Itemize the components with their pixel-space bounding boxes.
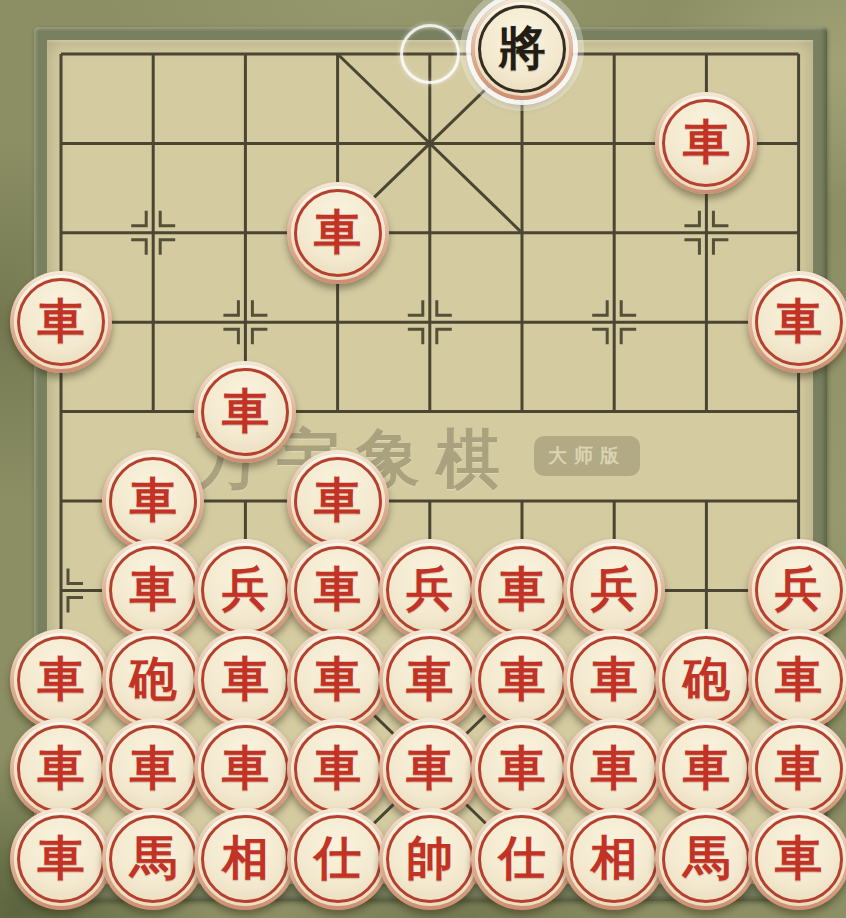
piece-glyph: 仕 [314, 833, 361, 880]
piece-glyph: 車 [130, 744, 177, 791]
piece-glyph: 車 [683, 118, 730, 165]
piece-red-chariot[interactable]: 車 [379, 718, 481, 820]
piece-red-chariot[interactable]: 車 [287, 629, 389, 731]
piece-glyph: 車 [222, 386, 269, 433]
piece-red-advisor[interactable]: 仕 [471, 808, 573, 910]
piece-glyph: 帥 [406, 833, 453, 880]
game-screen: 万宇象棋 大师版 將車車車車車車車車兵車兵車兵兵車砲車車車車車砲車車車車車車車車… [0, 0, 846, 918]
piece-black-general[interactable]: 將 [471, 0, 573, 100]
piece-red-chariot[interactable]: 車 [655, 92, 757, 194]
piece-red-chariot[interactable]: 車 [102, 539, 204, 641]
piece-glyph: 砲 [130, 654, 177, 701]
piece-glyph: 車 [775, 654, 822, 701]
piece-red-cannon[interactable]: 砲 [655, 629, 757, 731]
piece-red-advisor[interactable]: 仕 [287, 808, 389, 910]
piece-red-chariot[interactable]: 車 [471, 629, 573, 731]
watermark-badge: 大师版 [534, 436, 640, 476]
piece-glyph: 將 [499, 24, 546, 71]
piece-red-soldier[interactable]: 兵 [563, 539, 665, 641]
piece-glyph: 車 [314, 654, 361, 701]
piece-glyph: 車 [314, 207, 361, 254]
piece-red-chariot[interactable]: 車 [748, 629, 846, 731]
piece-red-chariot[interactable]: 車 [748, 808, 846, 910]
piece-red-horse[interactable]: 馬 [655, 808, 757, 910]
piece-red-chariot[interactable]: 車 [194, 361, 296, 463]
piece-glyph: 車 [222, 744, 269, 791]
piece-red-chariot[interactable]: 車 [10, 718, 112, 820]
piece-glyph: 砲 [683, 654, 730, 701]
piece-red-chariot[interactable]: 車 [748, 271, 846, 373]
piece-red-chariot[interactable]: 車 [563, 718, 665, 820]
piece-glyph: 車 [499, 744, 546, 791]
piece-glyph: 車 [591, 744, 638, 791]
piece-glyph: 車 [38, 654, 85, 701]
piece-glyph: 車 [314, 476, 361, 523]
piece-glyph: 車 [130, 476, 177, 523]
piece-red-chariot[interactable]: 車 [287, 539, 389, 641]
piece-glyph: 馬 [683, 833, 730, 880]
piece-glyph: 相 [591, 833, 638, 880]
piece-glyph: 仕 [499, 833, 546, 880]
piece-red-chariot[interactable]: 車 [379, 629, 481, 731]
piece-glyph: 兵 [222, 565, 269, 612]
piece-red-cannon[interactable]: 砲 [102, 629, 204, 731]
piece-red-elephant[interactable]: 相 [194, 808, 296, 910]
piece-red-chariot[interactable]: 車 [102, 718, 204, 820]
piece-glyph: 車 [683, 744, 730, 791]
piece-red-chariot[interactable]: 車 [748, 718, 846, 820]
piece-red-chariot[interactable]: 車 [102, 450, 204, 552]
piece-red-elephant[interactable]: 相 [563, 808, 665, 910]
piece-red-chariot[interactable]: 車 [655, 718, 757, 820]
piece-glyph: 車 [314, 565, 361, 612]
piece-glyph: 車 [406, 744, 453, 791]
piece-glyph: 車 [406, 654, 453, 701]
piece-glyph: 車 [775, 297, 822, 344]
piece-red-horse[interactable]: 馬 [102, 808, 204, 910]
piece-red-chariot[interactable]: 車 [194, 718, 296, 820]
piece-red-chariot[interactable]: 車 [194, 629, 296, 731]
piece-red-chariot[interactable]: 車 [563, 629, 665, 731]
piece-glyph: 車 [775, 744, 822, 791]
piece-red-chariot[interactable]: 車 [287, 450, 389, 552]
piece-glyph: 相 [222, 833, 269, 880]
piece-red-chariot[interactable]: 車 [471, 539, 573, 641]
piece-glyph: 車 [775, 833, 822, 880]
piece-glyph: 馬 [130, 833, 177, 880]
piece-glyph: 車 [38, 297, 85, 344]
piece-red-soldier[interactable]: 兵 [748, 539, 846, 641]
piece-red-soldier[interactable]: 兵 [379, 539, 481, 641]
piece-glyph: 車 [499, 654, 546, 701]
move-origin-marker [400, 24, 460, 84]
piece-glyph: 兵 [591, 565, 638, 612]
piece-red-chariot[interactable]: 車 [287, 182, 389, 284]
piece-red-chariot[interactable]: 車 [471, 718, 573, 820]
piece-glyph: 車 [499, 565, 546, 612]
piece-glyph: 車 [38, 833, 85, 880]
piece-red-soldier[interactable]: 兵 [194, 539, 296, 641]
piece-glyph: 車 [38, 744, 85, 791]
piece-glyph: 車 [314, 744, 361, 791]
piece-red-general[interactable]: 帥 [379, 808, 481, 910]
piece-glyph: 車 [591, 654, 638, 701]
piece-glyph: 兵 [775, 565, 822, 612]
piece-red-chariot[interactable]: 車 [10, 808, 112, 910]
piece-red-chariot[interactable]: 車 [10, 629, 112, 731]
piece-glyph: 兵 [406, 565, 453, 612]
piece-red-chariot[interactable]: 車 [10, 271, 112, 373]
piece-glyph: 車 [130, 565, 177, 612]
piece-glyph: 車 [222, 654, 269, 701]
piece-red-chariot[interactable]: 車 [287, 718, 389, 820]
